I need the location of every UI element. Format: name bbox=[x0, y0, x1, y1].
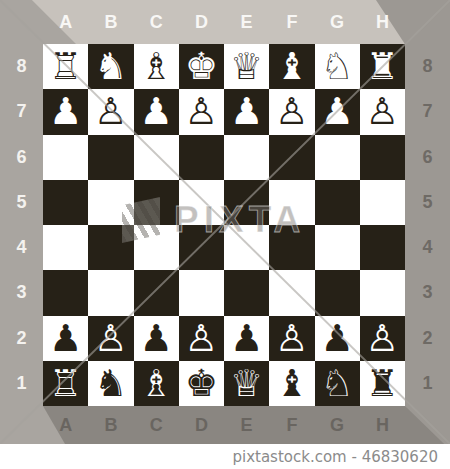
square-h1: ♜ bbox=[360, 361, 405, 406]
file-label-e: E bbox=[224, 406, 269, 444]
watermark-brand-text: PIXTA bbox=[174, 199, 305, 241]
queen-piece: ♕ bbox=[230, 361, 263, 406]
watermark: PIXTA bbox=[122, 194, 337, 246]
pawn-piece: ♙ bbox=[185, 89, 218, 134]
square-f8: ♝ bbox=[269, 44, 314, 89]
pawn-piece: ♟ bbox=[49, 89, 82, 134]
pawn-piece: ♟ bbox=[49, 316, 82, 361]
knight-piece: ♘ bbox=[321, 361, 354, 406]
square-d8: ♚ bbox=[179, 44, 224, 89]
file-label-e: E bbox=[224, 0, 269, 44]
square-h5 bbox=[360, 180, 405, 225]
file-label-g: G bbox=[315, 406, 360, 444]
square-g1: ♘ bbox=[315, 361, 360, 406]
bishop-piece: ♗ bbox=[140, 361, 173, 406]
file-label-b: B bbox=[88, 406, 133, 444]
square-a1: ♖ bbox=[43, 361, 88, 406]
rank-label-2: 2 bbox=[0, 316, 43, 361]
footer-credit-text: pixtastock.com - 46830620 bbox=[232, 448, 438, 466]
pawn-piece: ♟ bbox=[140, 316, 173, 361]
pawn-piece: ♙ bbox=[366, 316, 399, 361]
file-label-h: H bbox=[360, 406, 405, 444]
square-a2: ♟ bbox=[43, 316, 88, 361]
rank-label-6: 6 bbox=[0, 135, 43, 180]
square-g3 bbox=[315, 270, 360, 315]
square-e6 bbox=[224, 135, 269, 180]
king-piece: ♚ bbox=[185, 44, 218, 89]
square-g8: ♘ bbox=[315, 44, 360, 89]
rank-label-6: 6 bbox=[405, 135, 450, 180]
bishop-piece: ♝ bbox=[275, 361, 308, 406]
pawn-piece: ♙ bbox=[185, 316, 218, 361]
file-label-c: C bbox=[134, 0, 179, 44]
chess-board-diagram: ABCDEFGH ABCDEFGH 87654321 87654321 ♖♞♗♚… bbox=[0, 0, 450, 469]
file-label-g: G bbox=[315, 0, 360, 44]
pawn-piece: ♟ bbox=[230, 316, 263, 361]
rank-label-3: 3 bbox=[405, 270, 450, 315]
square-b6 bbox=[88, 135, 133, 180]
square-h4 bbox=[360, 225, 405, 270]
square-h3 bbox=[360, 270, 405, 315]
file-label-d: D bbox=[179, 406, 224, 444]
square-e8: ♕ bbox=[224, 44, 269, 89]
square-f1: ♝ bbox=[269, 361, 314, 406]
square-a3 bbox=[43, 270, 88, 315]
file-label-f: F bbox=[269, 0, 314, 44]
rank-label-8: 8 bbox=[405, 44, 450, 89]
bishop-piece: ♝ bbox=[275, 44, 308, 89]
square-g6 bbox=[315, 135, 360, 180]
rank-label-1: 1 bbox=[405, 361, 450, 406]
pixta-logo-icon bbox=[122, 197, 160, 243]
square-d2: ♙ bbox=[179, 316, 224, 361]
file-label-f: F bbox=[269, 406, 314, 444]
file-labels-bottom: ABCDEFGH bbox=[43, 406, 405, 444]
square-b2: ♙ bbox=[88, 316, 133, 361]
pawn-piece: ♟ bbox=[230, 89, 263, 134]
square-e1: ♕ bbox=[224, 361, 269, 406]
queen-piece: ♕ bbox=[230, 44, 263, 89]
square-a6 bbox=[43, 135, 88, 180]
square-a7: ♟ bbox=[43, 89, 88, 134]
square-h2: ♙ bbox=[360, 316, 405, 361]
rank-label-4: 4 bbox=[0, 225, 43, 270]
file-label-h: H bbox=[360, 0, 405, 44]
file-label-b: B bbox=[88, 0, 133, 44]
rank-label-7: 7 bbox=[405, 89, 450, 134]
pawn-piece: ♙ bbox=[275, 89, 308, 134]
square-g2: ♟ bbox=[315, 316, 360, 361]
square-h7: ♙ bbox=[360, 89, 405, 134]
square-c8: ♗ bbox=[134, 44, 179, 89]
footer-strip: pixtastock.com - 46830620 bbox=[0, 444, 450, 469]
file-label-a: A bbox=[43, 0, 88, 44]
file-label-c: C bbox=[134, 406, 179, 444]
rank-label-7: 7 bbox=[0, 89, 43, 134]
square-c1: ♗ bbox=[134, 361, 179, 406]
square-e3 bbox=[224, 270, 269, 315]
square-d6 bbox=[179, 135, 224, 180]
knight-piece: ♞ bbox=[94, 361, 127, 406]
file-labels-top: ABCDEFGH bbox=[43, 0, 405, 44]
rank-label-3: 3 bbox=[0, 270, 43, 315]
square-c3 bbox=[134, 270, 179, 315]
square-b8: ♞ bbox=[88, 44, 133, 89]
pawn-piece: ♟ bbox=[140, 89, 173, 134]
square-f2: ♙ bbox=[269, 316, 314, 361]
square-c7: ♟ bbox=[134, 89, 179, 134]
square-d7: ♙ bbox=[179, 89, 224, 134]
square-f3 bbox=[269, 270, 314, 315]
rank-label-5: 5 bbox=[405, 180, 450, 225]
square-e7: ♟ bbox=[224, 89, 269, 134]
square-f7: ♙ bbox=[269, 89, 314, 134]
square-b1: ♞ bbox=[88, 361, 133, 406]
square-d1: ♚ bbox=[179, 361, 224, 406]
rank-labels-right: 87654321 bbox=[405, 44, 450, 406]
square-h6 bbox=[360, 135, 405, 180]
square-c6 bbox=[134, 135, 179, 180]
square-c2: ♟ bbox=[134, 316, 179, 361]
king-piece: ♚ bbox=[185, 361, 218, 406]
rank-label-4: 4 bbox=[405, 225, 450, 270]
bishop-piece: ♗ bbox=[140, 44, 173, 89]
file-label-d: D bbox=[179, 0, 224, 44]
square-e2: ♟ bbox=[224, 316, 269, 361]
rank-label-5: 5 bbox=[0, 180, 43, 225]
square-a5 bbox=[43, 180, 88, 225]
file-label-a: A bbox=[43, 406, 88, 444]
rank-label-8: 8 bbox=[0, 44, 43, 89]
square-a4 bbox=[43, 225, 88, 270]
square-b3 bbox=[88, 270, 133, 315]
pawn-piece: ♙ bbox=[366, 89, 399, 134]
knight-piece: ♞ bbox=[94, 44, 127, 89]
rank-label-2: 2 bbox=[405, 316, 450, 361]
knight-piece: ♘ bbox=[321, 44, 354, 89]
pawn-piece: ♙ bbox=[275, 316, 308, 361]
rank-label-1: 1 bbox=[0, 361, 43, 406]
rank-labels-left: 87654321 bbox=[0, 44, 43, 406]
square-d3 bbox=[179, 270, 224, 315]
